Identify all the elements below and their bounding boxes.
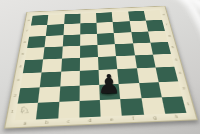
coord-label: d (79, 117, 101, 125)
square-b3[interactable] (40, 72, 61, 87)
coord-label: b (35, 118, 57, 126)
square-f7[interactable] (113, 21, 131, 32)
fabric-fold (171, 0, 200, 40)
square-b5[interactable] (43, 46, 62, 59)
square-d5[interactable] (80, 45, 98, 58)
square-c2[interactable] (59, 85, 80, 101)
square-a5[interactable] (25, 47, 45, 60)
fabric-fold (187, 5, 200, 54)
square-d6[interactable] (80, 33, 98, 45)
square-b6[interactable] (45, 35, 63, 47)
square-e1[interactable] (100, 99, 122, 117)
coord-label: h (165, 113, 188, 121)
board-surface: ♘ abcdefgh 87654321 87654321 (4, 6, 198, 129)
square-f6[interactable] (114, 32, 133, 44)
square-c4[interactable] (61, 58, 80, 72)
square-b7[interactable] (46, 24, 64, 35)
square-f5[interactable] (115, 43, 134, 56)
square-f1[interactable] (120, 98, 143, 116)
square-a6[interactable] (27, 36, 46, 48)
square-c3[interactable] (60, 71, 80, 86)
square-c7[interactable] (63, 24, 80, 35)
square-c6[interactable] (62, 34, 80, 46)
coord-label: f (122, 115, 144, 123)
coord-label: 7 (162, 20, 171, 31)
coord-label: c (57, 118, 79, 126)
square-e6[interactable] (97, 33, 115, 45)
coord-label: g (144, 114, 167, 122)
coord-label: 8 (159, 10, 168, 20)
knight-logo-icon: ♘ (19, 103, 31, 117)
square-a4[interactable] (23, 59, 44, 73)
chess-board: ♘ abcdefgh 87654321 87654321 (4, 6, 198, 129)
coord-label: e (101, 116, 123, 124)
square-b4[interactable] (42, 59, 62, 73)
square-d1[interactable] (79, 100, 100, 118)
square-f4[interactable] (116, 55, 136, 69)
square-c5[interactable] (62, 46, 80, 59)
coord-label: a (14, 119, 37, 127)
square-c1[interactable] (58, 101, 80, 119)
square-b2[interactable] (38, 86, 60, 102)
square-b1[interactable] (36, 102, 59, 120)
photo-background: ♘ abcdefgh 87654321 87654321 ♟ (0, 0, 200, 134)
square-a2[interactable] (18, 87, 40, 103)
square-e7[interactable] (97, 22, 114, 33)
board-grid: ♘ (15, 10, 187, 120)
square-d7[interactable] (80, 23, 97, 34)
square-a1[interactable]: ♘ (15, 103, 38, 121)
square-a3[interactable] (20, 73, 41, 88)
square-e5[interactable] (97, 44, 116, 57)
square-d4[interactable] (80, 57, 99, 71)
black-pawn[interactable]: ♟ (97, 72, 121, 96)
square-f2[interactable] (119, 83, 141, 99)
